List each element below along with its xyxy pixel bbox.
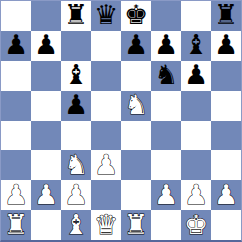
white-pawn[interactable]: ♟ xyxy=(184,181,208,208)
square-f4[interactable] xyxy=(151,121,181,151)
square-e2[interactable] xyxy=(121,180,151,210)
black-pawn[interactable]: ♟ xyxy=(4,31,28,58)
black-pawn[interactable]: ♟ xyxy=(184,61,208,88)
square-a3[interactable] xyxy=(1,150,31,180)
black-pawn[interactable]: ♟ xyxy=(154,31,178,58)
square-c8[interactable]: ♜ xyxy=(61,1,91,31)
square-h7[interactable]: ♟ xyxy=(211,31,241,61)
square-c2[interactable]: ♟ xyxy=(61,180,91,210)
white-pawn[interactable]: ♟ xyxy=(4,181,28,208)
square-b6[interactable] xyxy=(31,61,61,91)
square-e8[interactable]: ♚ xyxy=(121,1,151,31)
white-queen[interactable]: ♛ xyxy=(94,211,118,238)
white-pawn[interactable]: ♟ xyxy=(94,151,118,178)
black-pawn[interactable]: ♟ xyxy=(64,91,88,118)
square-h2[interactable]: ♟ xyxy=(211,180,241,210)
square-a8[interactable] xyxy=(1,1,31,31)
square-g7[interactable]: ♝ xyxy=(181,31,211,61)
black-pawn[interactable]: ♟ xyxy=(124,31,148,58)
square-a4[interactable] xyxy=(1,121,31,151)
square-g3[interactable] xyxy=(181,150,211,180)
white-pawn[interactable]: ♟ xyxy=(34,181,58,208)
black-pawn[interactable]: ♟ xyxy=(34,31,58,58)
square-e1[interactable]: ♜ xyxy=(121,210,151,240)
square-h1[interactable] xyxy=(211,210,241,240)
square-h6[interactable] xyxy=(211,61,241,91)
square-g8[interactable] xyxy=(181,1,211,31)
square-a5[interactable] xyxy=(1,91,31,121)
square-d4[interactable] xyxy=(91,121,121,151)
square-e7[interactable]: ♟ xyxy=(121,31,151,61)
square-d3[interactable]: ♟ xyxy=(91,150,121,180)
square-g1[interactable]: ♚ xyxy=(181,210,211,240)
square-d7[interactable] xyxy=(91,31,121,61)
white-rook[interactable]: ♜ xyxy=(4,211,28,238)
square-d1[interactable]: ♛ xyxy=(91,210,121,240)
square-d8[interactable]: ♛ xyxy=(91,1,121,31)
square-c6[interactable]: ♝ xyxy=(61,61,91,91)
white-knight[interactable]: ♞ xyxy=(124,91,148,118)
black-bishop[interactable]: ♝ xyxy=(64,61,88,88)
square-b7[interactable]: ♟ xyxy=(31,31,61,61)
white-pawn[interactable]: ♟ xyxy=(154,181,178,208)
square-c5[interactable]: ♟ xyxy=(61,91,91,121)
square-e3[interactable] xyxy=(121,150,151,180)
white-pawn[interactable]: ♟ xyxy=(214,181,238,208)
square-e4[interactable] xyxy=(121,121,151,151)
black-rook[interactable]: ♜ xyxy=(64,1,88,28)
black-queen[interactable]: ♛ xyxy=(94,1,118,28)
square-b3[interactable] xyxy=(31,150,61,180)
square-d6[interactable] xyxy=(91,61,121,91)
white-rook[interactable]: ♜ xyxy=(124,211,148,238)
chessboard-container: ♜♛♚♜♟♟♟♟♝♟♝♞♟♟♞♞♟♟♟♟♟♟♟♜♝♛♜♚ xyxy=(0,0,242,242)
square-a1[interactable]: ♜ xyxy=(1,210,31,240)
square-f3[interactable] xyxy=(151,150,181,180)
square-b5[interactable] xyxy=(31,91,61,121)
square-g2[interactable]: ♟ xyxy=(181,180,211,210)
square-f8[interactable] xyxy=(151,1,181,31)
square-f1[interactable] xyxy=(151,210,181,240)
square-g5[interactable] xyxy=(181,91,211,121)
square-g6[interactable]: ♟ xyxy=(181,61,211,91)
square-a6[interactable] xyxy=(1,61,31,91)
square-a7[interactable]: ♟ xyxy=(1,31,31,61)
square-a2[interactable]: ♟ xyxy=(1,180,31,210)
square-c1[interactable]: ♝ xyxy=(61,210,91,240)
square-h8[interactable]: ♜ xyxy=(211,1,241,31)
black-pawn[interactable]: ♟ xyxy=(214,31,238,58)
black-rook[interactable]: ♜ xyxy=(214,1,238,28)
black-bishop[interactable]: ♝ xyxy=(184,31,208,58)
square-f7[interactable]: ♟ xyxy=(151,31,181,61)
square-c7[interactable] xyxy=(61,31,91,61)
white-knight[interactable]: ♞ xyxy=(64,151,88,178)
square-d2[interactable] xyxy=(91,180,121,210)
square-b1[interactable] xyxy=(31,210,61,240)
white-king[interactable]: ♚ xyxy=(184,211,208,238)
square-e6[interactable] xyxy=(121,61,151,91)
square-f2[interactable]: ♟ xyxy=(151,180,181,210)
black-knight[interactable]: ♞ xyxy=(154,61,178,88)
square-h3[interactable] xyxy=(211,150,241,180)
square-h5[interactable] xyxy=(211,91,241,121)
square-e5[interactable]: ♞ xyxy=(121,91,151,121)
black-king[interactable]: ♚ xyxy=(124,1,148,28)
square-g4[interactable] xyxy=(181,121,211,151)
white-bishop[interactable]: ♝ xyxy=(64,211,88,238)
square-c3[interactable]: ♞ xyxy=(61,150,91,180)
chessboard: ♜♛♚♜♟♟♟♟♝♟♝♞♟♟♞♞♟♟♟♟♟♟♟♜♝♛♜♚ xyxy=(0,0,242,242)
square-h4[interactable] xyxy=(211,121,241,151)
square-b4[interactable] xyxy=(31,121,61,151)
square-c4[interactable] xyxy=(61,121,91,151)
square-b2[interactable]: ♟ xyxy=(31,180,61,210)
square-f5[interactable] xyxy=(151,91,181,121)
white-pawn[interactable]: ♟ xyxy=(64,181,88,208)
square-f6[interactable]: ♞ xyxy=(151,61,181,91)
square-d5[interactable] xyxy=(91,91,121,121)
square-b8[interactable] xyxy=(31,1,61,31)
